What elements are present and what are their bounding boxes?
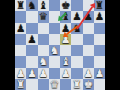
white-knight: ♞ [50, 45, 59, 56]
square-h7[interactable]: ♟ [94, 11, 105, 22]
black-queen: ♛ [38, 11, 47, 22]
square-f5[interactable] [71, 34, 82, 45]
white-pawn: ♟ [61, 67, 70, 78]
square-d3[interactable] [49, 56, 60, 67]
square-d7[interactable] [49, 11, 60, 22]
square-a8[interactable]: ♜ [15, 0, 26, 11]
white-pawn: ♟ [38, 67, 47, 78]
white-king: ♚ [83, 78, 92, 89]
black-pawn: ♟ [95, 11, 104, 22]
square-c6[interactable] [38, 23, 49, 34]
square-f6[interactable]: ♞ [71, 23, 82, 34]
letterbox-right [105, 0, 120, 90]
square-b2[interactable]: ♟ [26, 68, 37, 79]
square-h2[interactable]: ♟ [94, 68, 105, 79]
square-b8[interactable]: ♞ [26, 0, 37, 11]
black-knight: ♞ [27, 0, 36, 11]
square-c1[interactable] [38, 79, 49, 90]
square-h6[interactable] [94, 23, 105, 34]
square-a4[interactable] [15, 45, 26, 56]
square-d4[interactable]: ♞ [49, 45, 60, 56]
square-b7[interactable] [26, 11, 37, 22]
white-pawn: ♟ [61, 33, 70, 44]
square-g7[interactable]: ♟ [83, 11, 94, 22]
white-pawn: ♟ [27, 67, 36, 78]
square-h5[interactable] [94, 34, 105, 45]
square-f3[interactable] [71, 56, 82, 67]
video-frame: ♜♞♝♚♜♛♝♟♟♟♟♟♞♟♟♞♞♝♟♟♟♟♟♟♜♛♜♚ [0, 0, 120, 90]
square-g1[interactable]: ♚ [83, 79, 94, 90]
square-c2[interactable]: ♟ [38, 68, 49, 79]
black-pawn: ♟ [16, 22, 25, 33]
square-c5[interactable] [38, 34, 49, 45]
white-rook: ♜ [72, 78, 81, 89]
white-queen: ♛ [50, 78, 59, 89]
square-d1[interactable]: ♛ [49, 79, 60, 90]
square-e5[interactable]: ♟ [60, 34, 71, 45]
letterbox-left [0, 0, 15, 90]
square-d8[interactable] [49, 0, 60, 11]
square-g4[interactable] [83, 45, 94, 56]
black-knight: ♞ [72, 22, 81, 33]
square-b5[interactable]: ♟ [26, 34, 37, 45]
square-f4[interactable] [71, 45, 82, 56]
square-b4[interactable] [26, 45, 37, 56]
square-b1[interactable] [26, 79, 37, 90]
square-g6[interactable] [83, 23, 94, 34]
white-pawn: ♟ [95, 67, 104, 78]
black-pawn: ♟ [83, 11, 92, 22]
square-h1[interactable] [94, 79, 105, 90]
square-a5[interactable] [15, 34, 26, 45]
square-c7[interactable]: ♛ [38, 11, 49, 22]
black-rook: ♜ [16, 0, 25, 11]
square-f1[interactable]: ♜ [71, 79, 82, 90]
square-g5[interactable] [83, 34, 94, 45]
square-a6[interactable]: ♟ [15, 23, 26, 34]
square-h4[interactable] [94, 45, 105, 56]
square-d6[interactable] [49, 23, 60, 34]
square-a1[interactable]: ♜ [15, 79, 26, 90]
square-e1[interactable] [60, 79, 71, 90]
square-e2[interactable]: ♟ [60, 68, 71, 79]
black-pawn: ♟ [27, 33, 36, 44]
chess-board[interactable]: ♜♞♝♚♜♛♝♟♟♟♟♟♞♟♟♞♞♝♟♟♟♟♟♟♜♛♜♚ [15, 0, 105, 90]
white-rook: ♜ [16, 78, 25, 89]
